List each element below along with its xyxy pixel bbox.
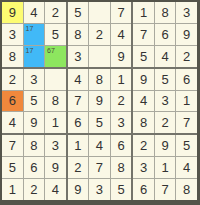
sudoku-cell-r7c8[interactable]: 9 xyxy=(155,135,176,156)
cell-value: 7 xyxy=(9,139,16,152)
sudoku-cell-r1c5[interactable] xyxy=(89,2,110,23)
cell-value: 3 xyxy=(162,94,169,107)
cell-value: 9 xyxy=(140,73,147,86)
sudoku-cell-r2c2[interactable]: 17 xyxy=(24,24,45,45)
cell-value: 7 xyxy=(140,28,147,41)
sudoku-cell-r6c3[interactable]: 1 xyxy=(45,112,66,133)
sudoku-cell-r9c4[interactable]: 9 xyxy=(68,179,89,200)
cell-value: 9 xyxy=(52,161,59,174)
sudoku-cell-r8c8[interactable]: 1 xyxy=(155,157,176,178)
cell-value: 1 xyxy=(183,94,190,107)
cell-value: 4 xyxy=(74,73,81,86)
cell-value: 8 xyxy=(96,73,103,86)
cell-value: 3 xyxy=(117,116,124,129)
cell-value: 7 xyxy=(74,94,81,107)
sudoku-cell-r1c8[interactable]: 8 xyxy=(155,2,176,23)
sudoku-cell-r4c4[interactable]: 4 xyxy=(68,69,89,90)
sudoku-cell-r4c7[interactable]: 9 xyxy=(133,69,154,90)
cell-value: 5 xyxy=(52,28,59,41)
cell-value: 8 xyxy=(162,6,169,19)
sudoku-cell-r3c9[interactable]: 2 xyxy=(176,46,197,67)
sudoku-cell-r8c5[interactable]: 7 xyxy=(89,157,110,178)
sudoku-cell-r9c7[interactable]: 6 xyxy=(133,179,154,200)
sudoku-cell-r5c6[interactable]: 2 xyxy=(111,91,132,112)
cell-value: 3 xyxy=(9,28,16,41)
cell-value: 5 xyxy=(183,139,190,152)
sudoku-box-2: 5782439 xyxy=(68,2,132,67)
sudoku-cell-r8c6[interactable]: 8 xyxy=(111,157,132,178)
cell-value: 8 xyxy=(183,183,190,196)
sudoku-cell-r6c1[interactable]: 4 xyxy=(2,112,23,133)
cell-candidates: 17 xyxy=(26,25,34,32)
cell-value: 5 xyxy=(9,161,16,174)
cell-value: 2 xyxy=(117,94,124,107)
cell-value: 7 xyxy=(162,183,169,196)
sudoku-cell-r6c6[interactable]: 3 xyxy=(111,112,132,133)
sudoku-cell-r8c7[interactable]: 3 xyxy=(133,157,154,178)
sudoku-cell-r7c1[interactable]: 7 xyxy=(2,135,23,156)
cell-value: 9 xyxy=(117,50,124,63)
cell-value: 4 xyxy=(162,50,169,63)
sudoku-box-9: 295314678 xyxy=(133,135,197,200)
cell-value: 7 xyxy=(117,6,124,19)
sudoku-cell-r1c7[interactable]: 1 xyxy=(133,2,154,23)
cell-value: 1 xyxy=(162,161,169,174)
cell-value: 9 xyxy=(9,6,16,19)
sudoku-cell-r9c5[interactable]: 3 xyxy=(89,179,110,200)
sudoku-cell-r4c9[interactable]: 6 xyxy=(176,69,197,90)
sudoku-box-4: 23658491 xyxy=(2,69,66,134)
sudoku-cell-r2c4[interactable]: 8 xyxy=(68,24,89,45)
cell-value: 4 xyxy=(9,116,16,129)
sudoku-box-8: 146278935 xyxy=(68,135,132,200)
sudoku-cell-r5c5[interactable]: 9 xyxy=(89,91,110,112)
sudoku-cell-r7c4[interactable]: 1 xyxy=(68,135,89,156)
cell-value: 1 xyxy=(140,6,147,19)
sudoku-cell-r6c4[interactable]: 6 xyxy=(68,112,89,133)
cell-value: 2 xyxy=(140,139,147,152)
cell-value: 8 xyxy=(140,116,147,129)
sudoku-cell-r1c9[interactable]: 3 xyxy=(176,2,197,23)
sudoku-cell-r7c6[interactable]: 6 xyxy=(111,135,132,156)
cell-value: 2 xyxy=(96,28,103,41)
cell-value: 3 xyxy=(96,183,103,196)
cell-value: 4 xyxy=(96,139,103,152)
cell-value: 8 xyxy=(9,50,16,63)
sudoku-cell-r5c4[interactable]: 7 xyxy=(68,91,89,112)
sudoku-cell-r3c2[interactable]: 17 xyxy=(24,46,45,67)
cell-value: 7 xyxy=(183,116,190,129)
cell-value: 4 xyxy=(52,183,59,196)
cell-value: 7 xyxy=(96,161,103,174)
sudoku-cell-r9c2[interactable]: 2 xyxy=(24,179,45,200)
sudoku-cell-r2c9[interactable]: 9 xyxy=(176,24,197,45)
sudoku-cell-r5c2[interactable]: 5 xyxy=(24,91,45,112)
cell-value: 4 xyxy=(183,161,190,174)
sudoku-cell-r1c2[interactable]: 4 xyxy=(24,2,45,23)
cell-value: 4 xyxy=(117,28,124,41)
cell-value: 6 xyxy=(74,116,81,129)
sudoku-cell-r6c2[interactable]: 9 xyxy=(24,112,45,133)
cell-value: 1 xyxy=(117,73,124,86)
sudoku-cell-r2c7[interactable]: 7 xyxy=(133,24,154,45)
sudoku-cell-r6c7[interactable]: 8 xyxy=(133,112,154,133)
sudoku-cell-r3c1[interactable]: 8 xyxy=(2,46,23,67)
sudoku-box-3: 183769542 xyxy=(133,2,197,67)
sudoku-cell-r5c3[interactable]: 8 xyxy=(45,91,66,112)
cell-value: 6 xyxy=(183,73,190,86)
sudoku-box-1: 942317581767 xyxy=(2,2,66,67)
cell-value: 5 xyxy=(74,6,81,19)
cell-value: 5 xyxy=(162,73,169,86)
cell-value: 1 xyxy=(9,183,16,196)
cell-value: 9 xyxy=(74,183,81,196)
cell-value: 5 xyxy=(117,183,124,196)
sudoku-cell-r1c6[interactable]: 7 xyxy=(111,2,132,23)
cell-value: 6 xyxy=(140,183,147,196)
sudoku-cell-r6c5[interactable]: 5 xyxy=(89,112,110,133)
cell-value: 6 xyxy=(117,139,124,152)
cell-value: 2 xyxy=(30,183,37,196)
cell-value: 3 xyxy=(183,6,190,19)
cell-value: 2 xyxy=(183,50,190,63)
sudoku-cell-r7c2[interactable]: 8 xyxy=(24,135,45,156)
sudoku-cell-r2c6[interactable]: 4 xyxy=(111,24,132,45)
sudoku-cell-r5c1[interactable]: 6 xyxy=(2,91,23,112)
sudoku-cell-r4c8[interactable]: 5 xyxy=(155,69,176,90)
cell-value: 1 xyxy=(52,116,59,129)
sudoku-cell-r8c9[interactable]: 4 xyxy=(176,157,197,178)
sudoku-cell-r3c4[interactable]: 3 xyxy=(68,46,89,67)
sudoku-cell-r7c3[interactable]: 3 xyxy=(45,135,66,156)
cell-value: 9 xyxy=(162,139,169,152)
sudoku-cell-r1c4[interactable]: 5 xyxy=(68,2,89,23)
cell-value: 8 xyxy=(30,139,37,152)
sudoku-box-5: 481792653 xyxy=(68,69,132,134)
cell-value: 4 xyxy=(140,94,147,107)
sudoku-cell-r5c9[interactable]: 1 xyxy=(176,91,197,112)
cell-value: 2 xyxy=(52,6,59,19)
cell-value: 3 xyxy=(30,73,37,86)
sudoku-cell-r7c7[interactable]: 2 xyxy=(133,135,154,156)
cell-value: 6 xyxy=(9,94,16,107)
sudoku-cell-r2c5[interactable]: 2 xyxy=(89,24,110,45)
cell-candidates: 17 xyxy=(26,47,34,54)
cell-value: 9 xyxy=(30,116,37,129)
sudoku-cell-r1c1[interactable]: 9 xyxy=(2,2,23,23)
sudoku-cell-r4c2[interactable]: 3 xyxy=(24,69,45,90)
sudoku-cell-r2c1[interactable]: 3 xyxy=(2,24,23,45)
sudoku-cell-r3c7[interactable]: 5 xyxy=(133,46,154,67)
sudoku-cell-r8c2[interactable]: 6 xyxy=(24,157,45,178)
sudoku-cell-r3c6[interactable]: 9 xyxy=(111,46,132,67)
sudoku-cell-r3c3[interactable]: 67 xyxy=(45,46,66,67)
cell-value: 6 xyxy=(162,28,169,41)
sudoku-board: 9423175817675782439183769542236584914817… xyxy=(0,0,200,205)
sudoku-cell-r6c8[interactable]: 2 xyxy=(155,112,176,133)
cell-value: 8 xyxy=(52,94,59,107)
cell-value: 3 xyxy=(52,139,59,152)
sudoku-box-6: 956431827 xyxy=(133,69,197,134)
sudoku-cell-r4c6[interactable]: 1 xyxy=(111,69,132,90)
cell-value: 3 xyxy=(140,161,147,174)
sudoku-cell-r2c3[interactable]: 5 xyxy=(45,24,66,45)
sudoku-cell-r8c3[interactable]: 9 xyxy=(45,157,66,178)
cell-value: 5 xyxy=(140,50,147,63)
sudoku-cell-r4c3[interactable] xyxy=(45,69,66,90)
cell-value: 9 xyxy=(183,28,190,41)
sudoku-cell-r9c9[interactable]: 8 xyxy=(176,179,197,200)
sudoku-cell-r5c8[interactable]: 3 xyxy=(155,91,176,112)
sudoku-cell-r9c1[interactable]: 1 xyxy=(2,179,23,200)
cell-value: 5 xyxy=(30,94,37,107)
cell-candidates: 67 xyxy=(47,47,55,54)
sudoku-cell-r8c1[interactable]: 5 xyxy=(2,157,23,178)
sudoku-cell-r6c9[interactable]: 7 xyxy=(176,112,197,133)
sudoku-cell-r8c4[interactable]: 2 xyxy=(68,157,89,178)
cell-value: 9 xyxy=(96,94,103,107)
sudoku-cell-r9c8[interactable]: 7 xyxy=(155,179,176,200)
cell-value: 5 xyxy=(96,116,103,129)
cell-value: 2 xyxy=(162,116,169,129)
cell-value: 3 xyxy=(74,50,81,63)
sudoku-cell-r7c9[interactable]: 5 xyxy=(176,135,197,156)
cell-value: 1 xyxy=(74,139,81,152)
sudoku-cell-r4c1[interactable]: 2 xyxy=(2,69,23,90)
cell-value: 6 xyxy=(30,161,37,174)
cell-value: 2 xyxy=(74,161,81,174)
sudoku-cell-r4c5[interactable]: 8 xyxy=(89,69,110,90)
sudoku-cell-r1c3[interactable]: 2 xyxy=(45,2,66,23)
sudoku-cell-r9c3[interactable]: 4 xyxy=(45,179,66,200)
cell-value: 8 xyxy=(74,28,81,41)
sudoku-cell-r2c8[interactable]: 6 xyxy=(155,24,176,45)
cell-value: 4 xyxy=(30,6,37,19)
sudoku-cell-r3c8[interactable]: 4 xyxy=(155,46,176,67)
sudoku-cell-r3c5[interactable] xyxy=(89,46,110,67)
cell-value: 2 xyxy=(9,73,16,86)
sudoku-cell-r5c7[interactable]: 4 xyxy=(133,91,154,112)
cell-value: 8 xyxy=(117,161,124,174)
sudoku-cell-r9c6[interactable]: 5 xyxy=(111,179,132,200)
sudoku-box-7: 783569124 xyxy=(2,135,66,200)
sudoku-cell-r7c5[interactable]: 4 xyxy=(89,135,110,156)
